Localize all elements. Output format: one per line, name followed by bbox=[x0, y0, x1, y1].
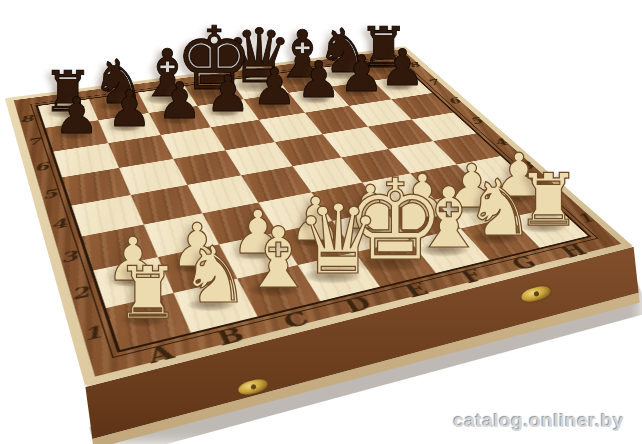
piece-white-bishop-c1[interactable]: ♝ bbox=[241, 216, 316, 300]
rank-label-left-4: 4 bbox=[49, 217, 69, 232]
piece-black-pawn-a7[interactable]: ♟ bbox=[54, 91, 99, 141]
rank-label-left-7: 7 bbox=[25, 136, 42, 147]
rank-label-left-6: 6 bbox=[32, 161, 50, 173]
piece-white-rook-a1[interactable]: ♜ bbox=[116, 257, 181, 329]
piece-white-knight-b1[interactable]: ♞ bbox=[180, 236, 250, 314]
watermark: catalog.onliner.by bbox=[453, 410, 624, 432]
piece-black-pawn-c7[interactable]: ♟ bbox=[157, 76, 202, 126]
rank-label-left-8: 8 bbox=[18, 114, 34, 124]
piece-black-pawn-d7[interactable]: ♟ bbox=[205, 69, 250, 119]
rank-label-left-2: 2 bbox=[69, 284, 91, 302]
piece-black-pawn-h7[interactable]: ♟ bbox=[380, 43, 425, 93]
piece-black-pawn-f7[interactable]: ♟ bbox=[296, 55, 341, 105]
rank-label-left-5: 5 bbox=[40, 188, 59, 201]
rank-label-left-3: 3 bbox=[59, 249, 80, 265]
product-photo-stage: 8877665544332211ABCDEFGH catalog.onliner… bbox=[0, 0, 642, 444]
piece-black-pawn-b7[interactable]: ♟ bbox=[107, 83, 152, 133]
piece-black-pawn-g7[interactable]: ♟ bbox=[339, 49, 384, 99]
piece-black-pawn-e7[interactable]: ♟ bbox=[252, 62, 297, 112]
